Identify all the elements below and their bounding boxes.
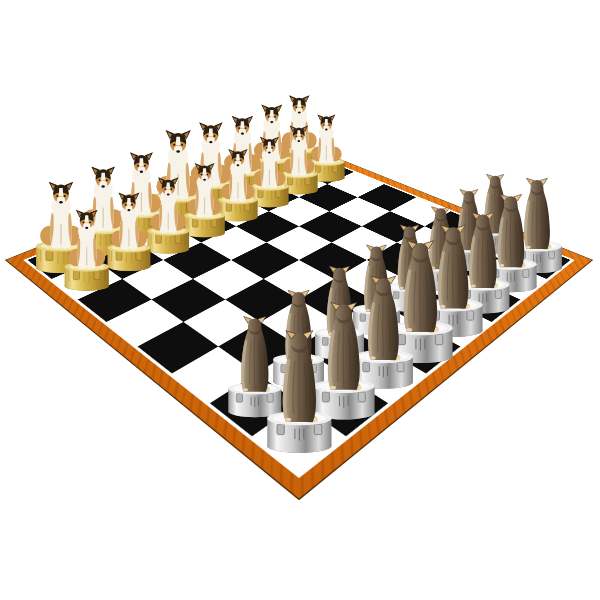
piece-gold-pawn-h7[interactable] bbox=[61, 202, 112, 292]
scene bbox=[0, 0, 600, 600]
piece-silver-rook-h1[interactable] bbox=[262, 324, 337, 455]
